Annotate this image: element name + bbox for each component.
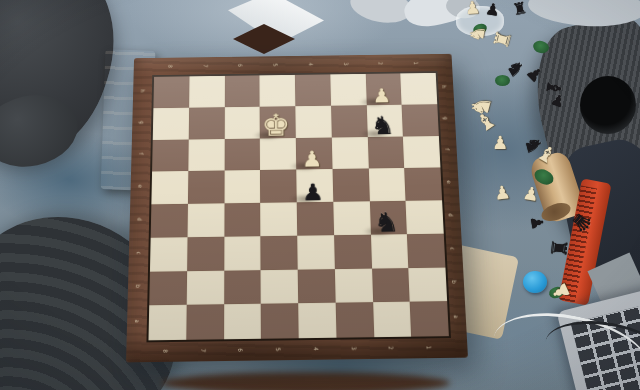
scattered-white-pawn-5: ♟	[548, 279, 574, 304]
scattered-black-queen-1: ♛	[566, 207, 596, 236]
scattered-black-rook-1: ♜	[511, 0, 528, 18]
white-pawn-f4: ♟	[302, 149, 323, 171]
scattered-white-pawn-4: ♟	[521, 184, 540, 205]
black-pawn-e4: ♟	[302, 180, 324, 203]
piece-felt-base-2	[532, 39, 551, 55]
scattered-white-knight-1: ♞	[467, 24, 489, 44]
white-king-g5: ♚	[261, 110, 290, 141]
scattered-white-pawn-3: ♟	[493, 183, 511, 203]
black-knight-d2: ♞	[373, 209, 399, 236]
scattered-white-pawn-1: ♟	[464, 0, 481, 17]
photo-scene: 8765432187654321hgfedcbahgfedcba ♚♟♞♟♟♞ …	[0, 0, 640, 390]
black-knight-g2: ♞	[371, 113, 396, 138]
scattered-black-pawn-1: ♟	[484, 1, 500, 19]
board-pieces: ♚♟♞♟♟♞	[126, 54, 468, 363]
scattered-black-pawn-4: ♟	[528, 215, 546, 232]
scattered-black-rook-2: ♜	[547, 238, 570, 259]
scattered-white-rook-1: ♜	[490, 28, 514, 51]
chessboard: 8765432187654321hgfedcbahgfedcba ♚♟♞♟♟♞	[126, 54, 468, 363]
scattered-white-pawn-2: ♟	[492, 134, 508, 152]
white-pawn-h2: ♟	[372, 86, 391, 105]
